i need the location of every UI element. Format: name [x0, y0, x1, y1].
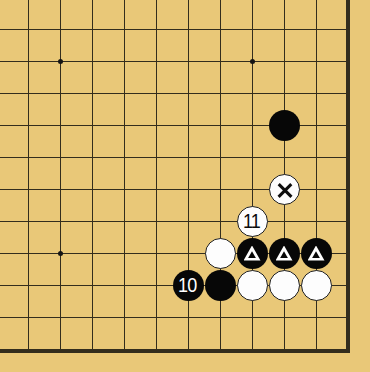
board-edge-right: [346, 0, 350, 353]
grid-line-horizontal-4: [0, 157, 350, 158]
stone-white-P4: [205, 238, 236, 269]
stone-white-Q5: 11: [237, 206, 268, 237]
triangle-mark-inner: [312, 251, 320, 258]
grid-line-vertical-0: [28, 0, 29, 353]
grid-line-vertical-1: [60, 0, 61, 353]
star-point-Q10: [250, 59, 255, 64]
go-board: 1110: [0, 0, 370, 372]
grid-line-horizontal-0: [0, 29, 350, 30]
grid-line-horizontal-9: [0, 317, 350, 318]
star-point-K10: [58, 59, 63, 64]
triangle-mark-inner: [280, 251, 288, 258]
grid-line-vertical-3: [124, 0, 125, 353]
board-edge-bottom: [0, 349, 350, 353]
grid-line-horizontal-2: [0, 93, 350, 94]
grid-line-vertical-4: [156, 0, 157, 353]
stone-black-P3: [205, 270, 236, 301]
stone-black-S4: [301, 238, 332, 269]
move-number-label-10: 10: [178, 275, 197, 295]
move-number-label-11: 11: [243, 211, 261, 231]
stone-black-Q4: [237, 238, 268, 269]
stone-black-R4: [269, 238, 300, 269]
triangle-mark-inner: [248, 251, 256, 258]
stone-white-R6: [269, 174, 300, 205]
stone-black-O3: 10: [173, 270, 204, 301]
grid-line-horizontal-1: [0, 61, 350, 62]
triangle-mark: [276, 246, 293, 261]
star-point-K4: [58, 251, 63, 256]
grid-line-horizontal-6: [0, 221, 350, 222]
stone-white-R3: [269, 270, 300, 301]
stone-white-Q3: [237, 270, 268, 301]
stone-black-R8: [269, 110, 300, 141]
triangle-mark: [244, 246, 261, 261]
stone-white-S3: [301, 270, 332, 301]
grid-line-vertical-2: [92, 0, 93, 353]
triangle-mark: [308, 246, 325, 261]
